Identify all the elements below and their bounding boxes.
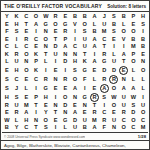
- grid-cell: F: [80, 75, 90, 84]
- grid-cell: C: [119, 117, 129, 125]
- grid-letter: E: [62, 13, 69, 20]
- word-list: Agog, Bilge, Blatherskite, Bloviate, Can…: [1, 142, 149, 149]
- grid-letter: T: [52, 36, 59, 43]
- grid-cell: S: [2, 75, 12, 84]
- grid-letter: A: [100, 84, 109, 93]
- grid-letter: L: [13, 43, 20, 50]
- grid-letter: K: [3, 51, 10, 58]
- grid-cell: W: [109, 93, 119, 102]
- grid-cell: R: [60, 28, 70, 36]
- grid-cell: E: [51, 28, 61, 36]
- grid-letter: K: [33, 51, 40, 58]
- grid-letter: I: [33, 85, 40, 92]
- grid-cell: U: [70, 124, 80, 132]
- grid-letter: O: [33, 13, 40, 20]
- grid-letter: O: [130, 59, 137, 66]
- grid-letter: D: [71, 117, 78, 124]
- grid-letter: G: [62, 21, 69, 28]
- grid-letter: L: [140, 76, 147, 83]
- grid-cell: D: [99, 66, 109, 75]
- grid-letter: N: [52, 76, 59, 83]
- grid-cell: A: [60, 43, 70, 51]
- grid-letter: S: [110, 13, 117, 20]
- grid-letter: I: [13, 36, 20, 43]
- grid-cell: N: [51, 75, 61, 84]
- grid-letter: E: [23, 76, 30, 83]
- grid-cell: O: [138, 109, 148, 117]
- grid-cell: V: [70, 21, 80, 29]
- grid-cell: S: [129, 102, 139, 110]
- grid-letter: R: [62, 28, 69, 35]
- grid-letter: E: [130, 21, 137, 28]
- grid-letter: E: [33, 43, 40, 50]
- grid-letter: H: [3, 94, 10, 101]
- grid-cell: E: [2, 66, 12, 75]
- grid-cell: E: [90, 84, 100, 93]
- grid-cell: T: [90, 102, 100, 110]
- grid-cell: I: [70, 36, 80, 44]
- grid-cell: A: [90, 13, 100, 21]
- grid-letter: Y: [42, 110, 49, 117]
- grid-letter: R: [101, 117, 108, 124]
- grid-cell: M: [90, 117, 100, 125]
- grid-cell: K: [2, 51, 12, 59]
- grid-letter: J: [13, 85, 20, 92]
- puzzle-header: THE O'REILLY FACTOR VOCABULARY Solution:…: [1, 1, 149, 12]
- grid-letter: H: [13, 67, 20, 74]
- grid-cell: D: [70, 117, 80, 125]
- grid-cell: D: [51, 43, 61, 51]
- grid-letter: R: [90, 93, 99, 102]
- grid-cell: U: [119, 93, 129, 102]
- grid-letter: P: [33, 94, 40, 101]
- grid-letter: A: [120, 85, 127, 92]
- grid-cell: E: [2, 21, 12, 29]
- grid-cell: P: [129, 13, 139, 21]
- grid-letter: S: [81, 28, 88, 35]
- grid-cell: O: [129, 58, 139, 66]
- grid-cell: O: [70, 75, 80, 84]
- grid-cell: E: [21, 75, 31, 84]
- grid-letter: I: [33, 110, 40, 117]
- grid-cell: E: [70, 102, 80, 110]
- grid-cell: J: [99, 13, 109, 21]
- grid-cell: A: [90, 124, 100, 132]
- grid-letter: T: [33, 102, 40, 109]
- grid-letter: U: [120, 94, 127, 101]
- grid-letter: U: [13, 102, 20, 109]
- grid-cell: S: [41, 124, 51, 132]
- grid-cell: E: [51, 66, 61, 75]
- grid-cell: V: [119, 36, 129, 44]
- grid-letter: D: [62, 59, 69, 66]
- grid-letter: E: [52, 67, 59, 74]
- grid-letter: E: [110, 110, 117, 117]
- grid-letter: R: [62, 76, 69, 83]
- grid-letter: S: [71, 67, 78, 74]
- grid-cell: L: [90, 75, 100, 84]
- grid-letter: A: [91, 36, 98, 43]
- grid-cell: G: [41, 21, 51, 29]
- grid-letter: S: [110, 28, 117, 35]
- grid-letter: B: [3, 125, 10, 132]
- grid-cell: E: [2, 36, 12, 44]
- grid-letter: E: [3, 21, 10, 28]
- grid-cell: T: [51, 36, 61, 44]
- page-number: 1/28: [138, 134, 146, 139]
- grid-cell: K: [31, 66, 41, 75]
- grid-letter: L: [130, 76, 137, 83]
- grid-letter: E: [23, 94, 30, 101]
- grid-cell: H: [138, 13, 148, 21]
- grid-cell: O: [80, 21, 90, 29]
- grid-cell: L: [60, 124, 70, 132]
- grid-cell: R: [12, 109, 22, 117]
- grid-cell: N: [138, 58, 148, 66]
- grid-cell: E: [90, 66, 100, 75]
- grid-cell: E: [80, 109, 90, 117]
- grid-letter: G: [81, 94, 88, 101]
- grid-cell: G: [80, 93, 90, 102]
- grid-letter: D: [130, 110, 137, 117]
- grid-letter: I: [140, 28, 147, 35]
- grid-letter: E: [140, 51, 147, 58]
- grid-cell: A: [119, 51, 129, 59]
- grid-cell: O: [60, 93, 70, 102]
- grid-letter: N: [52, 102, 59, 109]
- grid-letter: G: [62, 117, 69, 124]
- grid-letter: L: [3, 59, 10, 66]
- grid-letter: C: [13, 76, 20, 83]
- grid-cell: O: [51, 21, 61, 29]
- grid-letter: I: [71, 36, 78, 43]
- grid-letter: F: [3, 28, 10, 35]
- grid-cell: T: [119, 58, 129, 66]
- grid-cell-circled: E: [119, 66, 129, 75]
- grid-letter: T: [81, 51, 88, 58]
- grid-cell: T: [51, 109, 61, 117]
- grid-letter: K: [13, 13, 20, 20]
- grid-letter: R: [101, 51, 108, 58]
- grid-cell: U: [109, 117, 119, 125]
- grid-cell: K: [31, 51, 41, 59]
- grid-cell: P: [31, 58, 41, 66]
- grid-letter: D: [101, 67, 108, 74]
- grid-letter: I: [62, 67, 69, 74]
- grid-letter: O: [81, 21, 88, 28]
- grid-cell: T: [41, 51, 51, 59]
- grid-cell: F: [99, 124, 109, 132]
- grid-cell: S: [12, 28, 22, 36]
- grid-cell: N: [109, 124, 119, 132]
- grid-letter: I: [81, 85, 88, 92]
- grid-cell: U: [80, 36, 90, 44]
- grid-cell: B: [90, 28, 100, 36]
- grid-cell: N: [41, 28, 51, 36]
- grid-letter: A: [91, 13, 98, 20]
- grid-letter: H: [42, 94, 49, 101]
- grid-cell: G: [99, 58, 109, 66]
- grid-cell: N: [51, 102, 61, 110]
- grid-cell: C: [2, 43, 12, 51]
- grid-letter: N: [110, 125, 117, 132]
- grid-cell: L: [138, 75, 148, 84]
- grid-cell: E: [60, 84, 70, 93]
- grid-cell: Y: [2, 13, 12, 21]
- grid-cell: D: [60, 102, 70, 110]
- grid-letter: L: [140, 85, 147, 92]
- grid-cell: O: [109, 102, 119, 110]
- grid-cell: R: [2, 102, 12, 110]
- grid-cell: I: [51, 93, 61, 102]
- grid-cell: E: [109, 109, 119, 117]
- grid-cell: Y: [41, 109, 51, 117]
- grid-letter: W: [130, 94, 137, 101]
- grid-cell: H: [12, 21, 22, 29]
- grid-cell: K: [12, 13, 22, 21]
- grid-cell: T: [21, 21, 31, 29]
- grid-letter: M: [23, 102, 30, 109]
- grid-letter: I: [52, 59, 59, 66]
- grid-letter: I: [140, 94, 147, 101]
- grid-cell-circled: A: [99, 84, 109, 93]
- grid-cell: S: [12, 93, 22, 102]
- grid-cell: R: [90, 109, 100, 117]
- grid-letter: F: [101, 125, 108, 132]
- grid-cell: B: [109, 21, 119, 29]
- grid-cell: N: [60, 109, 70, 117]
- grid-cell: P: [60, 36, 70, 44]
- grid-cell: R: [21, 36, 31, 44]
- grid-letter: E: [3, 110, 10, 117]
- grid-cell: C: [21, 13, 31, 21]
- grid-letter: U: [110, 117, 117, 124]
- grid-cell: G: [41, 84, 51, 93]
- grid-letter: S: [3, 85, 10, 92]
- grid-cell: T: [99, 43, 109, 51]
- grid-cell: B: [119, 13, 129, 21]
- grid-letter: D: [52, 43, 59, 50]
- grid-cell: B: [138, 43, 148, 51]
- grid-letter: S: [42, 125, 49, 132]
- grid-cell-circled: R: [109, 75, 119, 84]
- grid-cell: O: [41, 36, 51, 44]
- grid-letter: E: [3, 36, 10, 43]
- grid-letter: M: [130, 43, 137, 50]
- grid-cell: R: [12, 51, 22, 59]
- grid-cell: A: [90, 36, 100, 44]
- grid-letter: C: [101, 36, 108, 43]
- grid-cell: O: [109, 84, 119, 93]
- grid-cell: W: [129, 93, 139, 102]
- grid-letter: E: [91, 85, 98, 92]
- grid-letter: C: [33, 36, 40, 43]
- grid-letter: U: [120, 102, 127, 109]
- grid-cell: S: [70, 66, 80, 75]
- grid-letter: N: [62, 51, 69, 58]
- grid-cell: O: [129, 117, 139, 125]
- grid-cell: H: [21, 117, 31, 125]
- grid-letter: P: [130, 13, 137, 20]
- grid-letter: U: [71, 125, 78, 132]
- grid-letter: L: [91, 21, 98, 28]
- grid-cell: E: [51, 84, 61, 93]
- grid-letter: H: [13, 21, 20, 28]
- grid-cell: A: [21, 109, 31, 117]
- grid-letter: S: [3, 76, 10, 83]
- grid-letter: O: [110, 85, 117, 92]
- grid-letter: V: [71, 21, 78, 28]
- grid-cell: O: [21, 51, 31, 59]
- grid-letter: R: [13, 51, 20, 58]
- grid-cell: S: [109, 28, 119, 36]
- grid-cell: B: [138, 36, 148, 44]
- grid-cell: R: [119, 109, 129, 117]
- grid-letter: Y: [3, 13, 10, 20]
- grid-letter: O: [52, 21, 59, 28]
- grid-cell: I: [90, 51, 100, 59]
- grid-letter: N: [33, 117, 40, 124]
- grid-cell: P: [31, 93, 41, 102]
- grid-letter: E: [110, 36, 117, 43]
- grid-cell: C: [138, 117, 148, 125]
- grid-letter: S: [13, 94, 20, 101]
- grid-cell: I: [31, 84, 41, 93]
- grid-letter: A: [130, 85, 137, 92]
- grid-cell: N: [41, 43, 51, 51]
- puzzle-title: THE O'REILLY FACTOR VOCABULARY: [4, 3, 102, 9]
- grid-letter: O: [71, 76, 78, 83]
- grid-letter: B: [130, 36, 137, 43]
- grid-cell: C: [70, 43, 80, 51]
- grid-cell: R: [51, 13, 61, 21]
- grid-cell: M: [129, 43, 139, 51]
- grid-cell: D: [109, 66, 119, 75]
- grid-letter: I: [120, 43, 127, 50]
- grid-cell: G: [80, 66, 90, 75]
- grid-letter: O: [120, 125, 127, 132]
- grid-cell: T: [31, 124, 41, 132]
- grid-cell: M: [99, 28, 109, 36]
- grid-cell: L: [129, 75, 139, 84]
- grid-letter: L: [42, 59, 49, 66]
- grid-letter: A: [91, 43, 98, 50]
- grid-cell: E: [129, 21, 139, 29]
- grid-cell: L: [109, 51, 119, 59]
- grid-letter: P: [33, 59, 40, 66]
- grid-letter: E: [62, 85, 69, 92]
- grid-cell: D: [129, 109, 139, 117]
- grid-cell: A: [70, 109, 80, 117]
- grid-letter: I: [33, 28, 40, 35]
- grid-letter: C: [23, 125, 30, 132]
- grid-letter: O: [130, 117, 137, 124]
- grid-letter: O: [110, 102, 117, 109]
- grid-letter: K: [81, 59, 88, 66]
- grid-cell: N: [119, 75, 129, 84]
- solution-label: Solution: 8 letters: [107, 4, 146, 9]
- grid-letter: O: [23, 51, 30, 58]
- grid-cell: L: [129, 66, 139, 75]
- grid-letter: M: [140, 125, 147, 132]
- copyright-row: © 2008 Universal Press Syndicate www.won…: [1, 133, 149, 141]
- grid-letter: B: [140, 43, 147, 50]
- grid-letter: C: [23, 43, 30, 50]
- grid-letter: I: [42, 67, 49, 74]
- grid-letter: D: [62, 102, 69, 109]
- grid-cell: U: [80, 117, 90, 125]
- grid-letter: E: [3, 67, 10, 74]
- grid-letter: U: [110, 59, 117, 66]
- grid-cell: C: [129, 124, 139, 132]
- grid-letter: P: [62, 36, 69, 43]
- grid-cell: I: [12, 36, 22, 44]
- grid-cell: L: [41, 58, 51, 66]
- grid-letter: I: [52, 94, 59, 101]
- grid-cell: L: [12, 43, 22, 51]
- grid-cell: E: [138, 51, 148, 59]
- grid-letter: L: [23, 85, 30, 92]
- grid-cell: C: [21, 43, 31, 51]
- grid-letter: U: [81, 36, 88, 43]
- grid-cell: U: [99, 21, 109, 29]
- grid-letter: A: [91, 59, 98, 66]
- grid-letter: R: [42, 76, 49, 83]
- grid-letter: O: [42, 117, 49, 124]
- grid-letter: D: [110, 67, 117, 74]
- grid-letter: T: [23, 21, 30, 28]
- grid-letter: M: [91, 117, 98, 124]
- grid-cell: I: [119, 43, 129, 51]
- grid-cell: A: [129, 84, 139, 93]
- grid-letter: I: [52, 125, 59, 132]
- grid-cell: E: [109, 36, 119, 44]
- grid-letter: L: [120, 21, 127, 28]
- grid-letter: S: [140, 21, 147, 28]
- grid-letter: O: [120, 28, 127, 35]
- grid-cell: R: [99, 117, 109, 125]
- grid-cell: T: [80, 51, 90, 59]
- grid-letter: N: [42, 28, 49, 35]
- grid-letter: B: [110, 21, 117, 28]
- grid-cell: M: [21, 102, 31, 110]
- grid-cell: B: [80, 124, 90, 132]
- grid-cell: I: [60, 66, 70, 75]
- grid-cell: O: [41, 117, 51, 125]
- grid-letter: C: [140, 117, 147, 124]
- grid-cell: Y: [12, 124, 22, 132]
- grid-letter: O: [23, 67, 30, 74]
- grid-cell: C: [99, 36, 109, 44]
- grid-letter: U: [81, 43, 88, 50]
- grid-letter: L: [62, 125, 69, 132]
- grid-letter: J: [101, 13, 108, 20]
- grid-letter: A: [71, 85, 78, 92]
- grid-letter: O: [62, 94, 69, 101]
- grid-cell: S: [2, 84, 12, 93]
- grid-cell: E: [2, 109, 12, 117]
- grid-cell: W: [2, 117, 12, 125]
- grid-cell: T: [31, 102, 41, 110]
- grid-letter: E: [52, 117, 59, 124]
- grid-letter: I: [101, 102, 108, 109]
- grid-letter: S: [13, 28, 20, 35]
- grid-letter: H: [23, 117, 30, 124]
- grid-cell: L: [21, 84, 31, 93]
- grid-letter: T: [101, 43, 108, 50]
- grid-cell: H: [2, 93, 12, 102]
- grid-letter: E: [52, 85, 59, 92]
